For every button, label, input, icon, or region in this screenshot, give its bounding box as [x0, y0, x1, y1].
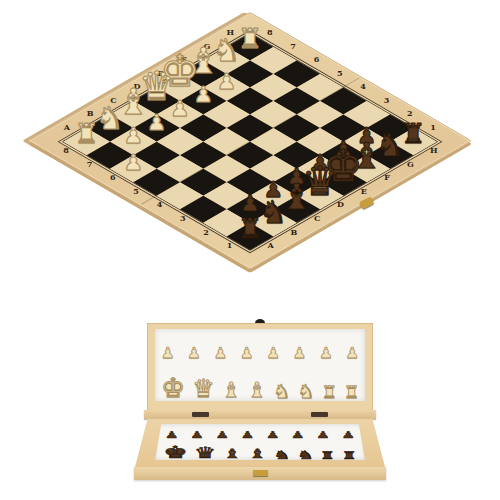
stored-dark-bishop: ♝ — [223, 448, 242, 461]
stored-light-pawn: ♟ — [240, 346, 253, 361]
coordinate-label: 4 — [355, 82, 371, 90]
base-rows: ♟♟♟♟♟♟♟♟ ♚♛♝♝♞♞♜♜ — [155, 426, 365, 461]
stored-light-bishop: ♝ — [222, 380, 241, 401]
coordinate-label: 8 — [58, 146, 74, 154]
box-hinge-rail — [144, 410, 376, 419]
coordinate-label: 5 — [128, 187, 144, 195]
coordinate-label: 4 — [151, 200, 167, 208]
stored-dark-pawn: ♟ — [342, 430, 355, 439]
box-base-tray: ♟♟♟♟♟♟♟♟ ♚♛♝♝♞♞♜♜ — [135, 419, 385, 467]
stored-light-pawn: ♟ — [266, 346, 279, 361]
stored-dark-knight: ♞ — [273, 449, 290, 461]
coordinate-label: 5 — [332, 69, 348, 77]
box-front-panel — [134, 467, 386, 480]
stored-dark-pawn: ♟ — [266, 430, 279, 439]
chess-board-grid: ♜♜♞♟♞♝♟♟♝♚♟♟♚♛♟♟♛♝♟♟♝♞♟♟♞♜♟♜ — [63, 33, 436, 250]
chess-board-frame: ♜♜♞♟♞♝♟♟♝♚♟♟♚♛♟♟♛♝♟♟♝♞♟♟♞♜♟♜ 88776655443… — [28, 12, 472, 270]
stored-light-pawn: ♟ — [161, 346, 174, 361]
coordinate-label: A — [263, 241, 279, 249]
dark-rook-piece: ♜ — [228, 214, 272, 241]
stored-dark-pawn: ♟ — [165, 430, 178, 439]
coordinate-label: H — [426, 146, 442, 154]
stored-light-rook: ♜ — [344, 384, 359, 401]
stored-dark-pawn: ♟ — [316, 430, 329, 439]
stored-light-pawn: ♟ — [346, 346, 359, 361]
stored-light-queen: ♛ — [192, 376, 214, 401]
open-board-view: ♜♜♞♟♞♝♟♟♝♚♟♟♚♛♟♟♛♝♟♟♝♞♟♟♞♜♟♜ 88776655443… — [29, 12, 470, 268]
stored-light-knight: ♞ — [297, 382, 314, 401]
chess-board-playing-area: ♜♜♞♟♞♝♟♟♝♚♟♟♚♛♟♟♛♝♟♟♝♞♟♟♞♜♟♜ — [62, 33, 438, 251]
base-dark-pawn-row: ♟♟♟♟♟♟♟♟ — [155, 426, 365, 440]
stored-light-rook: ♜ — [321, 384, 336, 401]
coordinate-label: 2 — [402, 109, 418, 117]
stored-dark-pawn: ♟ — [291, 430, 304, 439]
coordinate-label: 2 — [198, 228, 214, 236]
coordinate-label: 1 — [221, 241, 237, 249]
lid-light-major-row: ♚♛♝♝♞♞♜♜ — [155, 363, 365, 401]
stored-dark-rook: ♜ — [342, 450, 357, 461]
stored-dark-queen: ♛ — [194, 445, 216, 461]
coordinate-label: 6 — [308, 55, 324, 63]
light-pawn-piece: ♟ — [111, 152, 155, 174]
stored-dark-rook: ♜ — [320, 450, 335, 461]
coordinate-label: G — [403, 160, 419, 168]
stored-light-pawn: ♟ — [319, 346, 332, 361]
light-rook-piece: ♜ — [65, 120, 109, 147]
hinge-icon — [311, 412, 328, 417]
box-lid-tray: ♟♟♟♟♟♟♟♟ ♚♛♝♝♞♞♜♜ — [148, 324, 372, 410]
coordinate-label: 6 — [105, 173, 121, 181]
hinge-icon — [192, 412, 209, 417]
product-photo-chess-set: ♜♜♞♟♞♝♟♟♝♚♟♟♚♛♟♟♛♝♟♟♝♞♟♟♞♜♟♜ 88776655443… — [0, 0, 500, 500]
stored-dark-pawn: ♟ — [241, 430, 254, 439]
coordinate-label: 3 — [175, 214, 191, 222]
light-pawn-piece: ♟ — [111, 125, 155, 147]
lid-light-pawn-row: ♟♟♟♟♟♟♟♟ — [155, 333, 365, 361]
stored-dark-king: ♚ — [163, 444, 187, 461]
stored-dark-bishop: ♝ — [248, 448, 267, 461]
stored-light-pawn: ♟ — [187, 346, 200, 361]
box-base-felt: ♟♟♟♟♟♟♟♟ ♚♛♝♝♞♞♜♜ — [155, 424, 365, 460]
coordinate-label: 3 — [378, 96, 394, 104]
stored-light-bishop: ♝ — [248, 380, 267, 401]
stored-dark-pawn: ♟ — [190, 430, 203, 439]
stored-light-king: ♚ — [161, 374, 185, 401]
storage-box-view: ♟♟♟♟♟♟♟♟ ♚♛♝♝♞♞♜♜ ♟♟♟♟♟♟♟♟ ♚♛♝♝♞♞♜♜ — [148, 324, 372, 480]
stored-light-pawn: ♟ — [293, 346, 306, 361]
coordinate-label: 7 — [81, 160, 97, 168]
stored-dark-knight: ♞ — [297, 449, 314, 461]
base-dark-major-row: ♚♛♝♝♞♞♜♜ — [155, 442, 365, 461]
coordinate-label: 7 — [285, 42, 301, 50]
coordinate-label: B — [286, 228, 302, 236]
stored-light-knight: ♞ — [273, 382, 290, 401]
box-brass-clasp — [253, 470, 268, 476]
stored-dark-pawn: ♟ — [215, 430, 228, 439]
stored-light-pawn: ♟ — [214, 346, 227, 361]
